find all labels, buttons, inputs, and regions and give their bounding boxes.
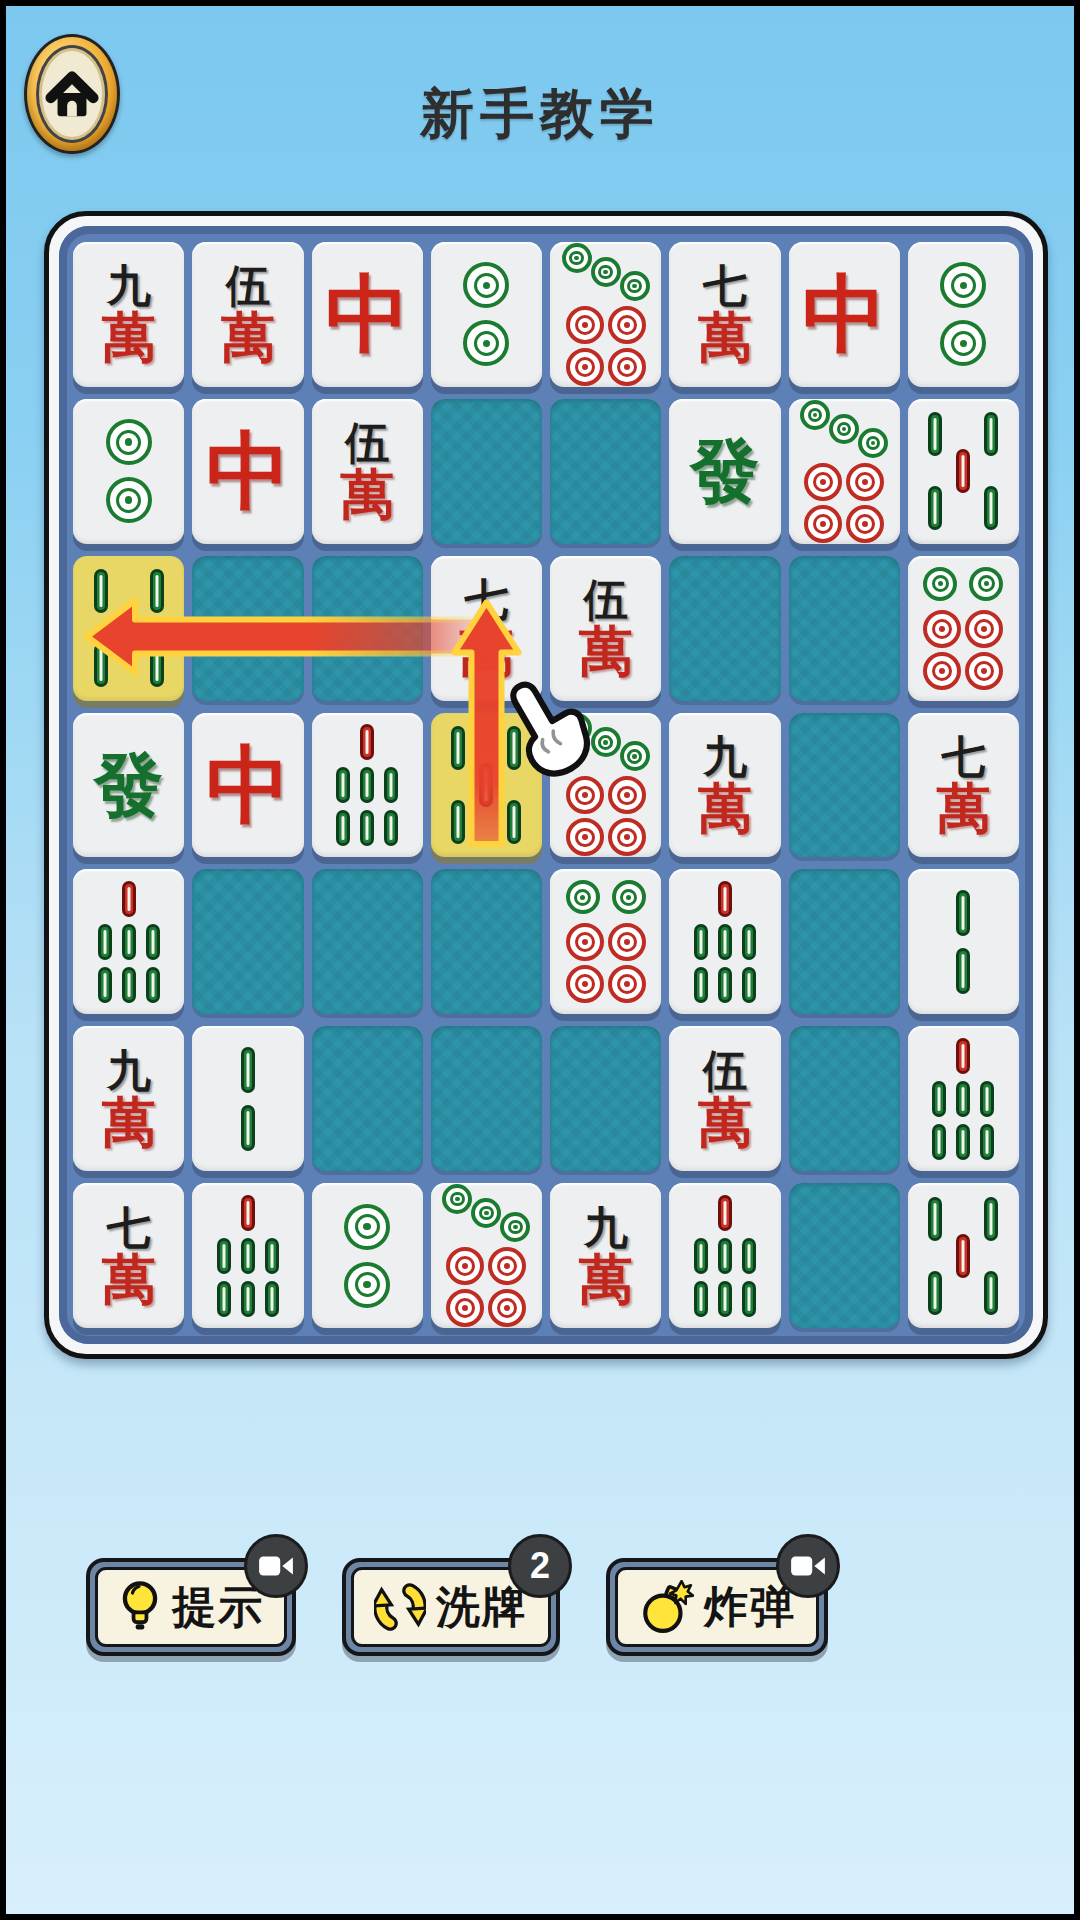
stick [336, 767, 350, 803]
tile-6z[interactable]: 發 [73, 713, 184, 858]
stick-row [694, 1238, 756, 1274]
pip [608, 818, 646, 856]
empty-cell [789, 556, 900, 701]
tile-2p[interactable] [908, 242, 1019, 387]
stick [980, 1124, 994, 1160]
stick [241, 1238, 255, 1274]
tile-face-7z: 中 [206, 743, 290, 827]
stick [241, 1047, 255, 1093]
pip [804, 463, 842, 501]
man-number: 七 [464, 578, 508, 622]
tile-face-5s [443, 726, 529, 844]
empty-cell [669, 556, 780, 701]
pip [566, 923, 604, 961]
tile-2p[interactable] [312, 1183, 423, 1328]
tile-body [908, 1026, 1019, 1171]
tile-body [431, 242, 542, 387]
tile-7s[interactable] [73, 869, 184, 1014]
hint-button-label: 提示 [172, 1578, 264, 1637]
empty-cell [431, 399, 542, 544]
man-number: 伍 [345, 421, 389, 465]
tile-body [908, 1183, 1019, 1328]
tile-face-7s [217, 1195, 279, 1317]
stick [928, 1197, 942, 1241]
man-wan: 萬 [936, 781, 990, 835]
tile-7p[interactable] [431, 1183, 542, 1328]
tile-7m[interactable]: 七萬 [431, 556, 542, 701]
tile-7m[interactable]: 七萬 [73, 1183, 184, 1328]
stick [956, 449, 970, 493]
tile-7s[interactable] [312, 713, 423, 858]
pip [846, 463, 884, 501]
tile-body [192, 1183, 303, 1328]
tile-face-7s [98, 881, 160, 1003]
tile-7z[interactable]: 中 [312, 242, 423, 387]
tile-5s[interactable] [73, 556, 184, 701]
stick [928, 1271, 942, 1315]
stick [718, 881, 732, 917]
tile-9m[interactable]: 九萬 [550, 1183, 661, 1328]
pip-quad [446, 1247, 526, 1327]
tile-body [908, 556, 1019, 701]
tile-face-6z: 發 [690, 436, 760, 506]
pip [620, 741, 650, 771]
pip [608, 923, 646, 961]
stick [336, 810, 350, 846]
tile-face-7m: 七萬 [459, 578, 513, 678]
stick [122, 606, 136, 650]
tile-face-7s [694, 1195, 756, 1317]
pip [106, 419, 152, 465]
tile-face-9m: 九萬 [579, 1206, 633, 1306]
pip-quad [804, 463, 884, 543]
man-wan: 萬 [579, 1252, 633, 1306]
board-frame: 九萬伍萬中七萬中中伍萬發七萬伍萬發中九萬七萬九萬伍萬七萬九萬 [44, 211, 1048, 1359]
tile-face-5m: 伍萬 [579, 578, 633, 678]
tile-body: 發 [73, 713, 184, 858]
tile-7p[interactable] [550, 242, 661, 387]
tile-face-5s [920, 1197, 1006, 1315]
tile-body: 伍萬 [312, 399, 423, 544]
stick [956, 1124, 970, 1160]
man-number: 七 [941, 735, 985, 779]
stick [241, 1281, 255, 1317]
page-title: 新手教学 [6, 78, 1074, 151]
tile-body [550, 713, 661, 858]
lightbulb-icon [118, 1579, 162, 1635]
empty-cell [312, 556, 423, 701]
stick-row [694, 1281, 756, 1317]
tile-5s[interactable] [908, 399, 1019, 544]
stick [742, 1281, 756, 1317]
stick [984, 412, 998, 456]
pip [562, 243, 592, 273]
stick [122, 967, 136, 1003]
tile-body: 九萬 [73, 242, 184, 387]
tile-body: 七萬 [73, 1183, 184, 1328]
tile-face-2s [241, 1047, 255, 1151]
empty-cell [789, 713, 900, 858]
tile-body: 七萬 [431, 556, 542, 701]
shuffle-button[interactable]: 洗牌 2 [342, 1558, 560, 1656]
empty-cell [431, 869, 542, 1014]
tile-face-5m: 伍萬 [221, 264, 275, 364]
tile-body [669, 1183, 780, 1328]
tile-body: 九萬 [669, 713, 780, 858]
pip [608, 306, 646, 344]
pip [500, 1212, 530, 1242]
man-wan: 萬 [698, 1095, 752, 1149]
empty-cell [550, 1026, 661, 1171]
pip-quad [566, 923, 646, 1003]
man-number: 九 [107, 264, 151, 308]
pip [562, 713, 592, 743]
tile-5s[interactable] [431, 713, 542, 858]
empty-cell [192, 556, 303, 701]
tile-2s[interactable] [192, 1026, 303, 1171]
stick [94, 643, 108, 687]
tile-2p[interactable] [73, 399, 184, 544]
stick [479, 763, 493, 807]
pip [566, 776, 604, 814]
tile-7z[interactable]: 中 [789, 242, 900, 387]
tile-face-2p [940, 262, 986, 366]
man-number: 九 [703, 735, 747, 779]
tile-body [73, 556, 184, 701]
tile-7z[interactable]: 中 [192, 399, 303, 544]
man-wan: 萬 [221, 310, 275, 364]
pip-diagonal [562, 243, 650, 301]
man-wan: 萬 [698, 781, 752, 835]
tile-body [73, 399, 184, 544]
empty-cell [789, 1183, 900, 1328]
pip [106, 477, 152, 523]
man-wan: 萬 [698, 310, 752, 364]
tile-body [550, 242, 661, 387]
pip-diagonal [442, 1184, 530, 1242]
tile-body [73, 869, 184, 1014]
tile-body [550, 869, 661, 1014]
pip [344, 1204, 390, 1250]
stick [94, 569, 108, 613]
tile-face-9m: 九萬 [102, 1049, 156, 1149]
pip [800, 400, 830, 430]
tile-body [431, 713, 542, 858]
man-number: 七 [107, 1206, 151, 1250]
board-inner: 九萬伍萬中七萬中中伍萬發七萬伍萬發中九萬七萬九萬伍萬七萬九萬 [59, 226, 1033, 1344]
tile-5s[interactable] [908, 1183, 1019, 1328]
pip [965, 652, 1003, 690]
tile-body [669, 869, 780, 1014]
stick [956, 890, 970, 936]
tile-9m[interactable]: 九萬 [73, 242, 184, 387]
pip [620, 271, 650, 301]
shuffle-count-badge: 2 [508, 1534, 572, 1598]
tile-face-7p [800, 400, 888, 543]
tile-7z[interactable]: 中 [192, 713, 303, 858]
pip [463, 320, 509, 366]
tile-7m[interactable]: 七萬 [908, 713, 1019, 858]
tile-9m[interactable]: 九萬 [669, 713, 780, 858]
stick [956, 1234, 970, 1278]
pip [829, 414, 859, 444]
tile-face-7z: 中 [206, 429, 290, 513]
stick [146, 967, 160, 1003]
tile-face-2s [956, 890, 970, 994]
pip [969, 567, 1003, 601]
man-number: 伍 [703, 1049, 747, 1093]
pip-row [566, 880, 646, 914]
man-wan: 萬 [102, 1252, 156, 1306]
tile-7s[interactable] [192, 1183, 303, 1328]
tile-face-6p [566, 880, 646, 1003]
stick [150, 643, 164, 687]
tile-body: 中 [312, 242, 423, 387]
pip [566, 348, 604, 386]
stick [742, 1238, 756, 1274]
tile-face-7s [932, 1038, 994, 1160]
tile-face-7s [694, 881, 756, 1003]
stick [956, 1038, 970, 1074]
stick-row [694, 924, 756, 960]
tile-face-7s [336, 724, 398, 846]
pip [923, 567, 957, 601]
board-grid: 九萬伍萬中七萬中中伍萬發七萬伍萬發中九萬七萬九萬伍萬七萬九萬 [73, 242, 1019, 1328]
pip-row [923, 567, 1003, 601]
pip [804, 505, 842, 543]
stick [360, 810, 374, 846]
stick [984, 486, 998, 530]
stick [146, 924, 160, 960]
tile-7m[interactable]: 七萬 [669, 242, 780, 387]
stick [265, 1281, 279, 1317]
pip [923, 652, 961, 690]
stick-row [98, 967, 160, 1003]
stick-row [217, 1281, 279, 1317]
tile-body: 伍萬 [192, 242, 303, 387]
stick [718, 1238, 732, 1274]
tile-7s[interactable] [669, 1183, 780, 1328]
tile-6p[interactable] [550, 869, 661, 1014]
stick [980, 1081, 994, 1117]
stick [956, 1081, 970, 1117]
man-wan: 萬 [340, 467, 394, 521]
pip [858, 428, 888, 458]
stick [217, 1281, 231, 1317]
video-ad-icon [789, 1552, 827, 1580]
tile-face-5s [920, 412, 1006, 530]
stick [694, 967, 708, 1003]
stick-row [932, 1081, 994, 1117]
tile-face-5m: 伍萬 [340, 421, 394, 521]
tile-5m[interactable]: 伍萬 [550, 556, 661, 701]
man-number: 伍 [226, 264, 270, 308]
tile-body: 七萬 [669, 242, 780, 387]
stick [360, 724, 374, 760]
pip [923, 610, 961, 648]
empty-cell [789, 869, 900, 1014]
tile-2s[interactable] [908, 869, 1019, 1014]
stick [122, 881, 136, 917]
pip [566, 965, 604, 1003]
shuffle-button-label: 洗牌 [436, 1578, 528, 1637]
stick [956, 948, 970, 994]
hint-ad-badge [244, 1534, 308, 1598]
pip [488, 1289, 526, 1327]
pip-quad [923, 610, 1003, 690]
stick [718, 967, 732, 1003]
tile-body: 發 [669, 399, 780, 544]
board-area: 九萬伍萬中七萬中中伍萬發七萬伍萬發中九萬七萬九萬伍萬七萬九萬 [73, 242, 1019, 1328]
stick [507, 726, 521, 770]
pip [591, 727, 621, 757]
bomb-ad-badge [776, 1534, 840, 1598]
stick [718, 924, 732, 960]
tile-body [312, 1183, 423, 1328]
tile-body [908, 242, 1019, 387]
pip [566, 818, 604, 856]
tile-face-9m: 九萬 [102, 264, 156, 364]
man-wan: 萬 [102, 1095, 156, 1149]
pip [488, 1247, 526, 1285]
toolbar: 提示 洗牌 2 [86, 1558, 828, 1656]
stick-row [694, 967, 756, 1003]
pip [591, 257, 621, 287]
tile-face-7z: 中 [325, 272, 409, 356]
tile-5m[interactable]: 伍萬 [312, 399, 423, 544]
tile-face-2p [344, 1204, 390, 1308]
stick-row [217, 1238, 279, 1274]
pip [940, 320, 986, 366]
pip [463, 262, 509, 308]
man-number: 九 [107, 1049, 151, 1093]
pip [608, 348, 646, 386]
pip [965, 610, 1003, 648]
tile-face-7p [442, 1184, 530, 1327]
stick [718, 1195, 732, 1231]
stick [718, 1281, 732, 1317]
tile-7p[interactable] [789, 399, 900, 544]
pip [608, 776, 646, 814]
pip [608, 965, 646, 1003]
man-wan: 萬 [459, 624, 513, 678]
man-wan: 萬 [102, 310, 156, 364]
tile-body: 中 [192, 399, 303, 544]
stick [98, 967, 112, 1003]
empty-cell [312, 1026, 423, 1171]
tile-face-6z: 發 [94, 750, 164, 820]
stick [241, 1105, 255, 1151]
tile-body [192, 1026, 303, 1171]
stick [742, 967, 756, 1003]
tile-body: 伍萬 [669, 1026, 780, 1171]
tile-body [431, 1183, 542, 1328]
stick [451, 726, 465, 770]
tile-face-7p [562, 243, 650, 386]
stick [150, 569, 164, 613]
empty-cell [550, 399, 661, 544]
man-number: 七 [703, 264, 747, 308]
pip [566, 306, 604, 344]
tile-body [908, 869, 1019, 1014]
stick-row [336, 810, 398, 846]
stick [241, 1195, 255, 1231]
tile-face-2p [463, 262, 509, 366]
stick [217, 1238, 231, 1274]
stick [384, 767, 398, 803]
tile-face-7m: 七萬 [698, 264, 752, 364]
empty-cell [312, 869, 423, 1014]
bomb-button-label: 炸弹 [704, 1578, 796, 1637]
tile-face-2p [106, 419, 152, 523]
pip [446, 1247, 484, 1285]
tile-6z[interactable]: 發 [669, 399, 780, 544]
stick [265, 1238, 279, 1274]
tile-face-5s [86, 569, 172, 687]
tile-body: 中 [192, 713, 303, 858]
tile-body: 九萬 [550, 1183, 661, 1328]
man-wan: 萬 [579, 624, 633, 678]
stick-row [932, 1124, 994, 1160]
man-number: 九 [584, 1206, 628, 1250]
bomb-button[interactable]: 炸弹 [606, 1558, 828, 1656]
tile-9m[interactable]: 九萬 [73, 1026, 184, 1171]
tile-face-7m: 七萬 [936, 735, 990, 835]
stick [384, 810, 398, 846]
tile-6p[interactable] [908, 556, 1019, 701]
tile-5m[interactable]: 伍萬 [669, 1026, 780, 1171]
bomb-icon [638, 1580, 694, 1634]
pip [846, 505, 884, 543]
stick [742, 924, 756, 960]
pip [940, 262, 986, 308]
pip-diagonal [562, 713, 650, 771]
tile-face-6p [923, 567, 1003, 690]
stick [360, 767, 374, 803]
pip [612, 880, 646, 914]
empty-cell [192, 869, 303, 1014]
tile-5m[interactable]: 伍萬 [192, 242, 303, 387]
tile-body [789, 399, 900, 544]
shuffle-icon [374, 1581, 426, 1633]
pip [446, 1289, 484, 1327]
pip-quad [566, 306, 646, 386]
pip-quad [566, 776, 646, 856]
tile-7p[interactable] [550, 713, 661, 858]
tile-face-5m: 伍萬 [698, 1049, 752, 1149]
stick [694, 1238, 708, 1274]
stick [932, 1081, 946, 1117]
pip [566, 880, 600, 914]
stick [451, 800, 465, 844]
game-screen: 新手教学 九萬伍萬中七萬中中伍萬發七萬伍萬發中九萬七萬九萬伍萬七萬九萬 [0, 0, 1080, 1920]
tile-7s[interactable] [669, 869, 780, 1014]
video-ad-icon [257, 1552, 295, 1580]
stick [928, 412, 942, 456]
empty-cell [789, 1026, 900, 1171]
hint-button[interactable]: 提示 [86, 1558, 296, 1656]
stick-row [98, 924, 160, 960]
pip [344, 1262, 390, 1308]
tile-7s[interactable] [908, 1026, 1019, 1171]
stick [694, 1281, 708, 1317]
tile-2p[interactable] [431, 242, 542, 387]
stick [928, 486, 942, 530]
stick [984, 1271, 998, 1315]
tile-body: 七萬 [908, 713, 1019, 858]
tile-body [908, 399, 1019, 544]
stick-row [336, 767, 398, 803]
